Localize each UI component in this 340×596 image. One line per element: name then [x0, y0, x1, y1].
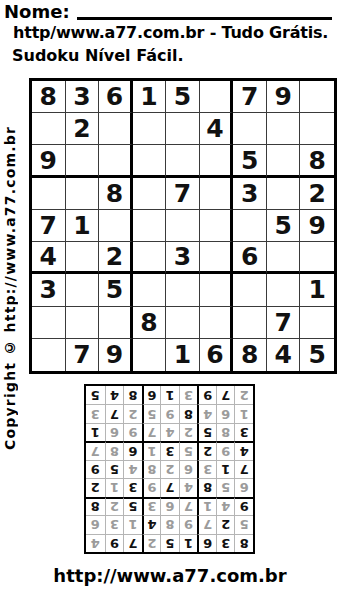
solution-cell-r6c8: 8 — [105, 441, 124, 459]
cell-r3c9: 8 — [300, 145, 334, 177]
cell-r4c5: 7 — [166, 178, 200, 210]
solution-cell-r7c2: 8 — [216, 423, 235, 441]
solution-cell-r3c8: 2 — [105, 497, 124, 515]
cell-r4c7: 3 — [233, 178, 267, 210]
cell-r9c1 — [32, 339, 66, 371]
cell-r5c9: 9 — [300, 210, 334, 242]
copyright-vertical-text: Copyright © http://www.a77.com.br — [2, 82, 26, 450]
cell-r3c5 — [166, 145, 200, 177]
cell-r8c2 — [66, 307, 100, 339]
solution-cell-r3c4: 7 — [179, 497, 198, 515]
cell-r9c5: 1 — [166, 339, 200, 371]
solution-cell-r5c3: 3 — [197, 460, 216, 478]
cell-r9c8: 4 — [267, 339, 301, 371]
solution-cell-r7c7: 9 — [123, 423, 142, 441]
solution-cell-r8c1: 1 — [234, 404, 253, 422]
cell-r8c7 — [233, 307, 267, 339]
solution-cell-r1c2: 3 — [216, 534, 235, 552]
solution-cell-r4c8: 1 — [105, 478, 124, 496]
solution-cell-r5c8: 5 — [105, 460, 124, 478]
solution-cell-r3c7: 5 — [123, 497, 142, 515]
cell-r9c7: 8 — [233, 339, 267, 371]
solution-cell-r4c3: 8 — [197, 478, 216, 496]
cell-r6c2 — [66, 242, 100, 274]
solution-cell-r2c9: 6 — [86, 515, 105, 533]
cell-r1c6 — [200, 81, 234, 113]
cell-r7c8 — [267, 274, 301, 306]
cell-r7c5 — [166, 274, 200, 306]
name-blank-line — [77, 0, 332, 20]
cell-r4c3: 8 — [99, 178, 133, 210]
cell-r1c1: 8 — [32, 81, 66, 113]
cell-r8c8: 7 — [267, 307, 301, 339]
solution-cell-r5c1: 7 — [234, 460, 253, 478]
cell-r2c7 — [233, 113, 267, 145]
solution-cell-r7c5: 4 — [160, 423, 179, 441]
solution-cell-r5c2: 1 — [216, 460, 235, 478]
cell-r5c2: 1 — [66, 210, 100, 242]
cell-r3c1: 9 — [32, 145, 66, 177]
solution-cell-r6c1: 4 — [234, 441, 253, 459]
solution-cell-r8c6: 5 — [142, 404, 161, 422]
solution-cell-r2c8: 3 — [105, 515, 124, 533]
solution-cell-r6c4: 5 — [179, 441, 198, 459]
cell-r3c4 — [133, 145, 167, 177]
solution-cell-r9c1: 2 — [234, 386, 253, 404]
solution-cell-r3c2: 4 — [216, 497, 235, 515]
cell-r8c5 — [166, 307, 200, 339]
solution-board-rotated-180: 8361527945279841369417635286584793127136… — [84, 384, 255, 554]
cell-r2c1 — [32, 113, 66, 145]
cell-r8c3 — [99, 307, 133, 339]
footer-url: http://www.a77.com.br — [0, 565, 340, 586]
cell-r5c3 — [99, 210, 133, 242]
solution-cell-r3c6: 3 — [142, 497, 161, 515]
solution-cell-r1c7: 7 — [123, 534, 142, 552]
cell-r2c6: 4 — [200, 113, 234, 145]
cell-r7c2 — [66, 274, 100, 306]
solution-cell-r4c6: 9 — [142, 478, 161, 496]
cell-r7c1: 3 — [32, 274, 66, 306]
solution-cell-r3c9: 8 — [86, 497, 105, 515]
solution-cell-r8c2: 6 — [216, 404, 235, 422]
cell-r6c7: 6 — [233, 242, 267, 274]
solution-cell-r4c7: 3 — [123, 478, 142, 496]
solution-cell-r3c3: 1 — [197, 497, 216, 515]
solution-cell-r9c7: 8 — [123, 386, 142, 404]
cell-r6c1: 4 — [32, 242, 66, 274]
solution-cell-r4c9: 2 — [86, 478, 105, 496]
cell-r6c8 — [267, 242, 301, 274]
cell-r1c5: 5 — [166, 81, 200, 113]
solution-cell-r1c9: 4 — [86, 534, 105, 552]
solution-cell-r9c8: 4 — [105, 386, 124, 404]
solution-cell-r6c5: 3 — [160, 441, 179, 459]
cell-r9c2: 7 — [66, 339, 100, 371]
solution-cell-r2c2: 2 — [216, 515, 235, 533]
solution-cell-r6c3: 2 — [197, 441, 216, 459]
cell-r7c7 — [233, 274, 267, 306]
cell-r1c7: 7 — [233, 81, 267, 113]
cell-r6c9 — [300, 242, 334, 274]
solution-cell-r7c9: 1 — [86, 423, 105, 441]
solution-cell-r6c2: 9 — [216, 441, 235, 459]
cell-r8c4: 8 — [133, 307, 167, 339]
solution-cell-r4c4: 4 — [179, 478, 198, 496]
solution-cell-r5c7: 4 — [123, 460, 142, 478]
solution-cell-r7c3: 5 — [197, 423, 216, 441]
solution-cell-r1c5: 5 — [160, 534, 179, 552]
solution-cell-r8c5: 9 — [160, 404, 179, 422]
solution-cell-r7c8: 6 — [105, 423, 124, 441]
cell-r3c7: 5 — [233, 145, 267, 177]
solution-cell-r2c7: 1 — [123, 515, 142, 533]
cell-r4c9: 2 — [300, 178, 334, 210]
cell-r9c4 — [133, 339, 167, 371]
solution-cell-r5c5: 2 — [160, 460, 179, 478]
cell-r1c2: 3 — [66, 81, 100, 113]
cell-r5c4 — [133, 210, 167, 242]
cell-r1c9 — [300, 81, 334, 113]
solution-cell-r8c7: 2 — [123, 404, 142, 422]
cell-r3c3 — [99, 145, 133, 177]
solution-cell-r9c5: 1 — [160, 386, 179, 404]
solution-cell-r9c9: 5 — [86, 386, 105, 404]
solution-cell-r6c6: 1 — [142, 441, 161, 459]
solution-cell-r7c1: 3 — [234, 423, 253, 441]
solution-cell-r9c4: 3 — [179, 386, 198, 404]
cell-r1c8: 9 — [267, 81, 301, 113]
cell-r2c9 — [300, 113, 334, 145]
solution-cell-r1c1: 8 — [234, 534, 253, 552]
solution-cell-r8c9: 3 — [86, 404, 105, 422]
solution-cell-r6c7: 6 — [123, 441, 142, 459]
cell-r1c4: 1 — [133, 81, 167, 113]
solution-cell-r2c1: 5 — [234, 515, 253, 533]
solution-cell-r9c6: 6 — [142, 386, 161, 404]
solution-cell-r5c9: 9 — [86, 460, 105, 478]
cell-r6c6 — [200, 242, 234, 274]
cell-r4c6 — [200, 178, 234, 210]
solution-cell-r9c2: 7 — [216, 386, 235, 404]
solution-cell-r2c5: 8 — [160, 515, 179, 533]
cell-r9c9: 5 — [300, 339, 334, 371]
solution-cell-r7c6: 7 — [142, 423, 161, 441]
site-tagline: http/www.a77.com.br - Tudo Grátis. — [13, 23, 328, 42]
solution-cell-r3c1: 9 — [234, 497, 253, 515]
cell-r5c8: 5 — [267, 210, 301, 242]
solution-cell-r8c4: 8 — [179, 404, 198, 422]
solution-cell-r2c4: 9 — [179, 515, 198, 533]
solution-cell-r4c5: 7 — [160, 478, 179, 496]
cell-r4c4 — [133, 178, 167, 210]
cell-r2c5 — [166, 113, 200, 145]
sudoku-board: 836157924958873271594236351877916845 — [29, 78, 337, 374]
cell-r4c8 — [267, 178, 301, 210]
cell-r7c4 — [133, 274, 167, 306]
cell-r4c2 — [66, 178, 100, 210]
cell-r7c6 — [200, 274, 234, 306]
cell-r8c9 — [300, 307, 334, 339]
solution-cell-r5c4: 6 — [179, 460, 198, 478]
sudoku-worksheet-page: Nome: http/www.a77.com.br - Tudo Grátis.… — [0, 0, 340, 596]
cell-r9c6: 6 — [200, 339, 234, 371]
solution-cell-r2c3: 7 — [197, 515, 216, 533]
solution-cell-r8c3: 4 — [197, 404, 216, 422]
name-label: Nome: — [4, 1, 70, 22]
cell-r4c1 — [32, 178, 66, 210]
solution-cell-r6c9: 7 — [86, 441, 105, 459]
solution-cell-r7c4: 2 — [179, 423, 198, 441]
solution-cell-r5c6: 8 — [142, 460, 161, 478]
solution-cell-r1c8: 9 — [105, 534, 124, 552]
cell-r5c5 — [166, 210, 200, 242]
cell-r3c8 — [267, 145, 301, 177]
solution-cell-r2c6: 4 — [142, 515, 161, 533]
cell-r2c2: 2 — [66, 113, 100, 145]
cell-r7c9: 1 — [300, 274, 334, 306]
cell-r3c2 — [66, 145, 100, 177]
solution-cell-r4c2: 5 — [216, 478, 235, 496]
cell-r5c7 — [233, 210, 267, 242]
solution-cell-r9c3: 9 — [197, 386, 216, 404]
cell-r2c8 — [267, 113, 301, 145]
cell-r2c4 — [133, 113, 167, 145]
cell-r6c5: 3 — [166, 242, 200, 274]
solution-cell-r1c6: 2 — [142, 534, 161, 552]
cell-r9c3: 9 — [99, 339, 133, 371]
cell-r5c6 — [200, 210, 234, 242]
cell-r6c4 — [133, 242, 167, 274]
cell-r5c1: 7 — [32, 210, 66, 242]
cell-r1c3: 6 — [99, 81, 133, 113]
solution-cell-r3c5: 6 — [160, 497, 179, 515]
solution-cell-r1c3: 6 — [197, 534, 216, 552]
cell-r7c3: 5 — [99, 274, 133, 306]
solution-cell-r1c4: 1 — [179, 534, 198, 552]
cell-r8c1 — [32, 307, 66, 339]
cell-r3c6 — [200, 145, 234, 177]
solution-cell-r4c1: 6 — [234, 478, 253, 496]
puzzle-level-title: Sudoku Nível Fácil. — [12, 46, 184, 65]
cell-r2c3 — [99, 113, 133, 145]
cell-r8c6 — [200, 307, 234, 339]
cell-r6c3: 2 — [99, 242, 133, 274]
solution-cell-r8c8: 7 — [105, 404, 124, 422]
